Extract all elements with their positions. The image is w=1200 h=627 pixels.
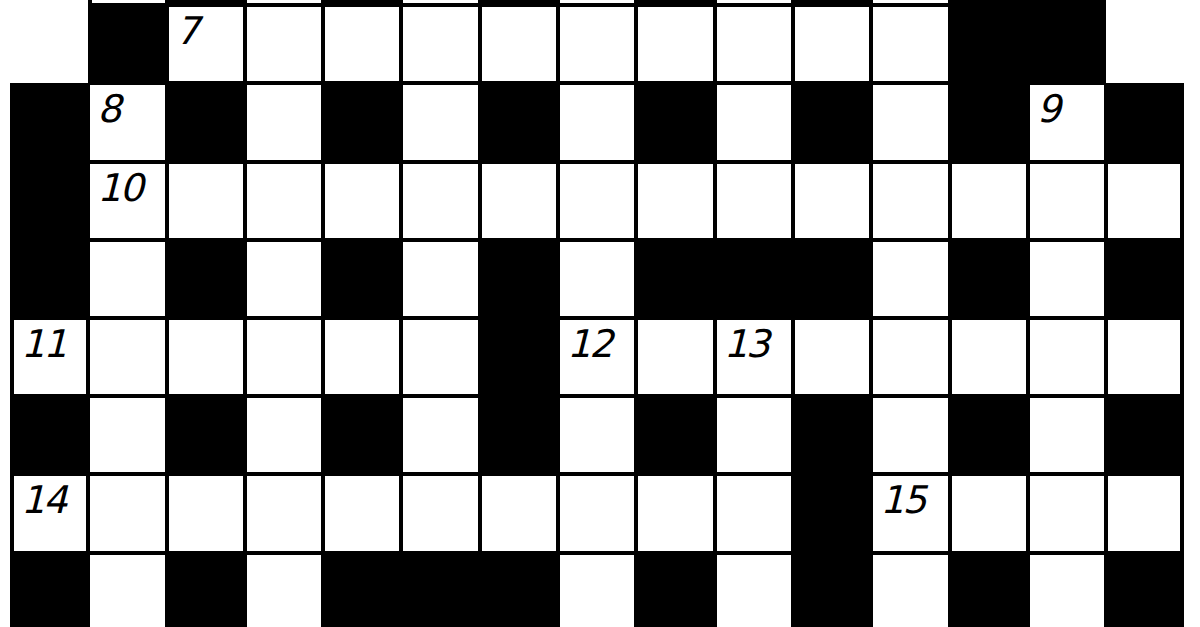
black-cell-r8-c5 <box>401 553 479 627</box>
white-cell-r4-c7[interactable] <box>558 240 636 318</box>
white-cell-r3-c6[interactable] <box>480 162 558 240</box>
white-cell-r2-c9[interactable] <box>715 83 793 161</box>
white-cell-r7-c14[interactable] <box>1106 474 1184 552</box>
white-cell-r8-c9[interactable] <box>715 553 793 627</box>
black-cell-r4-c6 <box>480 240 558 318</box>
white-cell-r7-c4[interactable] <box>323 474 401 552</box>
white-cell-r2-c1[interactable]: 8 <box>88 83 166 161</box>
clue-number-8: 8 <box>97 90 119 128</box>
clue-number-13: 13 <box>724 325 768 363</box>
white-cell-r4-c3[interactable] <box>245 240 323 318</box>
black-cell-r6-c6 <box>480 396 558 474</box>
white-cell-r3-c4[interactable] <box>323 162 401 240</box>
white-cell-r3-c12[interactable] <box>950 162 1028 240</box>
black-cell-r8-c10 <box>793 553 871 627</box>
black-cell-r8-c6 <box>480 553 558 627</box>
black-cell-r2-c10 <box>793 83 871 161</box>
white-cell-r3-c2[interactable] <box>167 162 245 240</box>
white-cell-r8-c1[interactable] <box>88 553 166 627</box>
white-cell-r7-c0[interactable]: 14 <box>10 474 88 552</box>
white-cell-r1-c6[interactable] <box>480 5 558 83</box>
white-cell-r8-c11[interactable] <box>871 553 949 627</box>
black-cell-r2-c14 <box>1106 83 1184 161</box>
white-cell-r7-c2[interactable] <box>167 474 245 552</box>
void-cell-r1-c14 <box>1106 5 1184 83</box>
puzzle-canvas: 789101112131415 <box>0 0 1200 627</box>
white-cell-r7-c13[interactable] <box>1028 474 1106 552</box>
black-cell-r8-c12 <box>950 553 1028 627</box>
black-cell-r4-c8 <box>636 240 714 318</box>
black-cell-r8-c14 <box>1106 553 1184 627</box>
black-cell-r8-c4 <box>323 553 401 627</box>
white-cell-r5-c7[interactable]: 12 <box>558 318 636 396</box>
white-cell-r3-c9[interactable] <box>715 162 793 240</box>
white-cell-r8-c3[interactable] <box>245 553 323 627</box>
white-cell-r7-c1[interactable] <box>88 474 166 552</box>
white-cell-r5-c4[interactable] <box>323 318 401 396</box>
white-cell-r4-c5[interactable] <box>401 240 479 318</box>
black-cell-r2-c8 <box>636 83 714 161</box>
black-cell-r6-c8 <box>636 396 714 474</box>
black-cell-r3-c0 <box>10 162 88 240</box>
white-cell-r6-c3[interactable] <box>245 396 323 474</box>
black-cell-r2-c2 <box>167 83 245 161</box>
white-cell-r3-c3[interactable] <box>245 162 323 240</box>
white-cell-r4-c11[interactable] <box>871 240 949 318</box>
white-cell-r5-c10[interactable] <box>793 318 871 396</box>
white-cell-r6-c1[interactable] <box>88 396 166 474</box>
black-cell-r1-c1 <box>88 5 166 83</box>
white-cell-r6-c13[interactable] <box>1028 396 1106 474</box>
black-cell-r7-c10 <box>793 474 871 552</box>
black-cell-r1-c12 <box>950 5 1028 83</box>
white-cell-r7-c7[interactable] <box>558 474 636 552</box>
black-cell-r4-c4 <box>323 240 401 318</box>
white-cell-r1-c4[interactable] <box>323 5 401 83</box>
clue-number-10: 10 <box>97 169 141 207</box>
white-cell-r2-c13[interactable]: 9 <box>1028 83 1106 161</box>
white-cell-r3-c10[interactable] <box>793 162 871 240</box>
white-cell-r1-c7[interactable] <box>558 5 636 83</box>
white-cell-r5-c3[interactable] <box>245 318 323 396</box>
crossword-grid: 789101112131415 <box>10 0 1184 627</box>
black-cell-r2-c4 <box>323 83 401 161</box>
clue-number-7: 7 <box>176 12 198 50</box>
white-cell-r5-c8[interactable] <box>636 318 714 396</box>
white-cell-r4-c1[interactable] <box>88 240 166 318</box>
clue-number-11: 11 <box>21 325 65 363</box>
white-cell-r1-c5[interactable] <box>401 5 479 83</box>
black-cell-r5-c6 <box>480 318 558 396</box>
black-cell-r4-c12 <box>950 240 1028 318</box>
void-cell-r1-c0 <box>10 5 88 83</box>
black-cell-r4-c0 <box>10 240 88 318</box>
white-cell-r6-c5[interactable] <box>401 396 479 474</box>
white-cell-r3-c5[interactable] <box>401 162 479 240</box>
black-cell-r2-c6 <box>480 83 558 161</box>
white-cell-r3-c8[interactable] <box>636 162 714 240</box>
black-cell-r8-c8 <box>636 553 714 627</box>
white-cell-r5-c12[interactable] <box>950 318 1028 396</box>
white-cell-r8-c13[interactable] <box>1028 553 1106 627</box>
white-cell-r3-c7[interactable] <box>558 162 636 240</box>
white-cell-r6-c9[interactable] <box>715 396 793 474</box>
black-cell-r4-c2 <box>167 240 245 318</box>
black-cell-r6-c4 <box>323 396 401 474</box>
black-cell-r6-c12 <box>950 396 1028 474</box>
white-cell-r1-c3[interactable] <box>245 5 323 83</box>
white-cell-r4-c13[interactable] <box>1028 240 1106 318</box>
clue-number-9: 9 <box>1037 90 1059 128</box>
white-cell-r5-c0[interactable]: 11 <box>10 318 88 396</box>
black-cell-r2-c0 <box>10 83 88 161</box>
black-cell-r4-c9 <box>715 240 793 318</box>
black-cell-r4-c14 <box>1106 240 1184 318</box>
clue-number-15: 15 <box>880 481 924 519</box>
white-cell-r7-c5[interactable] <box>401 474 479 552</box>
white-cell-r2-c3[interactable] <box>245 83 323 161</box>
black-cell-r6-c2 <box>167 396 245 474</box>
white-cell-r5-c14[interactable] <box>1106 318 1184 396</box>
black-cell-r8-c2 <box>167 553 245 627</box>
white-cell-r2-c5[interactable] <box>401 83 479 161</box>
white-cell-r7-c12[interactable] <box>950 474 1028 552</box>
white-cell-r5-c13[interactable] <box>1028 318 1106 396</box>
white-cell-r5-c2[interactable] <box>167 318 245 396</box>
white-cell-r3-c11[interactable] <box>871 162 949 240</box>
white-cell-r2-c7[interactable] <box>558 83 636 161</box>
black-cell-r8-c0 <box>10 553 88 627</box>
black-cell-r2-c12 <box>950 83 1028 161</box>
white-cell-r1-c11[interactable] <box>871 5 949 83</box>
white-cell-r1-c10[interactable] <box>793 5 871 83</box>
white-cell-r5-c1[interactable] <box>88 318 166 396</box>
white-cell-r1-c9[interactable] <box>715 5 793 83</box>
white-cell-r5-c5[interactable] <box>401 318 479 396</box>
white-cell-r7-c6[interactable] <box>480 474 558 552</box>
white-cell-r7-c11[interactable]: 15 <box>871 474 949 552</box>
white-cell-r3-c1[interactable]: 10 <box>88 162 166 240</box>
white-cell-r8-c7[interactable] <box>558 553 636 627</box>
white-cell-r1-c2[interactable]: 7 <box>167 5 245 83</box>
white-cell-r7-c3[interactable] <box>245 474 323 552</box>
black-cell-r6-c10 <box>793 396 871 474</box>
white-cell-r2-c11[interactable] <box>871 83 949 161</box>
clue-number-12: 12 <box>567 325 611 363</box>
white-cell-r3-c14[interactable] <box>1106 162 1184 240</box>
black-cell-r1-c13 <box>1028 5 1106 83</box>
white-cell-r5-c9[interactable]: 13 <box>715 318 793 396</box>
black-cell-r6-c14 <box>1106 396 1184 474</box>
clue-number-14: 14 <box>21 481 65 519</box>
white-cell-r7-c9[interactable] <box>715 474 793 552</box>
white-cell-r3-c13[interactable] <box>1028 162 1106 240</box>
white-cell-r1-c8[interactable] <box>636 5 714 83</box>
black-cell-r6-c0 <box>10 396 88 474</box>
white-cell-r6-c11[interactable] <box>871 396 949 474</box>
white-cell-r6-c7[interactable] <box>558 396 636 474</box>
white-cell-r5-c11[interactable] <box>871 318 949 396</box>
black-cell-r4-c10 <box>793 240 871 318</box>
white-cell-r7-c8[interactable] <box>636 474 714 552</box>
